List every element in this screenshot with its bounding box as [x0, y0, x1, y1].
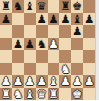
square-a1[interactable]: ♜ [0, 88, 12, 101]
square-f8[interactable]: ♜ [59, 0, 71, 13]
black-pawn-piece[interactable]: ♟ [1, 13, 11, 25]
square-f5[interactable] [59, 38, 71, 51]
square-a2[interactable]: ♟ [0, 75, 12, 88]
square-g7[interactable]: ♝ [71, 13, 83, 26]
square-f6[interactable] [59, 25, 71, 38]
square-g3[interactable] [71, 63, 83, 76]
square-f2[interactable]: ♟ [59, 75, 71, 88]
black-rook-piece[interactable]: ♜ [1, 0, 11, 12]
square-a3[interactable] [0, 63, 12, 76]
square-e1[interactable]: ♜ [48, 88, 60, 101]
black-knight-piece[interactable]: ♞ [36, 38, 46, 50]
square-c8[interactable]: ♝ [24, 0, 36, 13]
white-pawn-piece[interactable]: ♟ [1, 75, 11, 87]
white-pawn-piece[interactable]: ♟ [36, 75, 46, 87]
square-d5[interactable]: ♞ [36, 38, 48, 51]
black-bishop-piece[interactable]: ♝ [72, 13, 82, 25]
black-bishop-piece[interactable]: ♝ [25, 0, 35, 12]
white-rook-piece[interactable]: ♜ [1, 88, 11, 100]
black-pawn-piece[interactable]: ♟ [72, 25, 82, 37]
black-pawn-piece[interactable]: ♟ [25, 38, 35, 50]
square-b5[interactable]: ♟ [12, 38, 24, 51]
square-d3[interactable] [36, 63, 48, 76]
black-queen-piece[interactable]: ♛ [36, 0, 46, 12]
square-e5[interactable]: ♟ [48, 38, 60, 51]
square-c2[interactable]: ♟ [24, 75, 36, 88]
square-f1[interactable] [59, 88, 71, 101]
square-c3[interactable] [24, 63, 36, 76]
white-bishop-piece[interactable]: ♝ [48, 75, 58, 87]
square-e2[interactable]: ♝ [48, 75, 60, 88]
chess-app-window: ♜♞♝♛♜♚♟♟♟♟♝♟♟♟♟♞♟♞♟♟♟♟♝♟♟♟♜♞♝♛♜♚ [0, 0, 99, 100]
square-g4[interactable] [71, 50, 83, 63]
black-rook-piece[interactable]: ♜ [60, 0, 70, 12]
white-queen-piece[interactable]: ♛ [36, 88, 46, 100]
square-a8[interactable]: ♜ [0, 0, 12, 13]
square-b1[interactable]: ♞ [12, 88, 24, 101]
square-d4[interactable] [36, 50, 48, 63]
white-pawn-piece[interactable]: ♟ [60, 75, 70, 87]
black-king-piece[interactable]: ♚ [72, 0, 82, 12]
square-c1[interactable]: ♝ [24, 88, 36, 101]
square-c6[interactable] [24, 25, 36, 38]
square-f3[interactable]: ♞ [59, 63, 71, 76]
square-h8[interactable] [83, 0, 95, 13]
square-e4[interactable] [48, 50, 60, 63]
square-g6[interactable]: ♟ [71, 25, 83, 38]
white-pawn-piece[interactable]: ♟ [48, 38, 58, 50]
white-pawn-piece[interactable]: ♟ [84, 75, 94, 87]
square-h7[interactable]: ♟ [83, 13, 95, 26]
square-a7[interactable]: ♟ [0, 13, 12, 26]
square-d1[interactable]: ♛ [36, 88, 48, 101]
square-b2[interactable]: ♟ [12, 75, 24, 88]
white-pawn-piece[interactable]: ♟ [25, 75, 35, 87]
square-e6[interactable] [48, 25, 60, 38]
square-b4[interactable] [12, 50, 24, 63]
black-pawn-piece[interactable]: ♟ [48, 13, 58, 25]
square-h2[interactable]: ♟ [83, 75, 95, 88]
white-rook-piece[interactable]: ♜ [48, 88, 58, 100]
square-a6[interactable] [0, 25, 12, 38]
square-c7[interactable] [24, 13, 36, 26]
square-b8[interactable]: ♞ [12, 0, 24, 13]
black-pawn-piece[interactable]: ♟ [13, 38, 23, 50]
square-a4[interactable] [0, 50, 12, 63]
black-pawn-piece[interactable]: ♟ [36, 13, 46, 25]
square-e3[interactable] [48, 63, 60, 76]
square-f4[interactable] [59, 50, 71, 63]
square-h6[interactable] [83, 25, 95, 38]
square-e7[interactable]: ♟ [48, 13, 60, 26]
square-h3[interactable] [83, 63, 95, 76]
square-h1[interactable] [83, 88, 95, 101]
square-d7[interactable]: ♟ [36, 13, 48, 26]
square-d8[interactable]: ♛ [36, 0, 48, 13]
black-pawn-piece[interactable]: ♟ [84, 13, 94, 25]
square-c4[interactable] [24, 50, 36, 63]
square-d6[interactable] [36, 25, 48, 38]
white-bishop-piece[interactable]: ♝ [25, 88, 35, 100]
square-e8[interactable] [48, 0, 60, 13]
square-g8[interactable]: ♚ [71, 0, 83, 13]
square-f7[interactable]: ♟ [59, 13, 71, 26]
black-pawn-piece[interactable]: ♟ [60, 13, 70, 25]
white-pawn-piece[interactable]: ♟ [72, 75, 82, 87]
white-king-piece[interactable]: ♚ [72, 88, 82, 100]
square-d2[interactable]: ♟ [36, 75, 48, 88]
square-g5[interactable] [71, 38, 83, 51]
square-g1[interactable]: ♚ [71, 88, 83, 101]
square-b3[interactable] [12, 63, 24, 76]
scrollbar[interactable] [95, 0, 99, 100]
square-h5[interactable] [83, 38, 95, 51]
black-knight-piece[interactable]: ♞ [13, 0, 23, 12]
square-c5[interactable]: ♟ [24, 38, 36, 51]
square-b6[interactable] [12, 25, 24, 38]
square-a5[interactable] [0, 38, 12, 51]
square-h4[interactable] [83, 50, 95, 63]
chess-board[interactable]: ♜♞♝♛♜♚♟♟♟♟♝♟♟♟♟♞♟♞♟♟♟♟♝♟♟♟♜♞♝♛♜♚ [0, 0, 95, 100]
square-g2[interactable]: ♟ [71, 75, 83, 88]
white-pawn-piece[interactable]: ♟ [13, 75, 23, 87]
white-knight-piece[interactable]: ♞ [60, 63, 70, 75]
square-b7[interactable] [12, 13, 24, 26]
white-knight-piece[interactable]: ♞ [13, 88, 23, 100]
